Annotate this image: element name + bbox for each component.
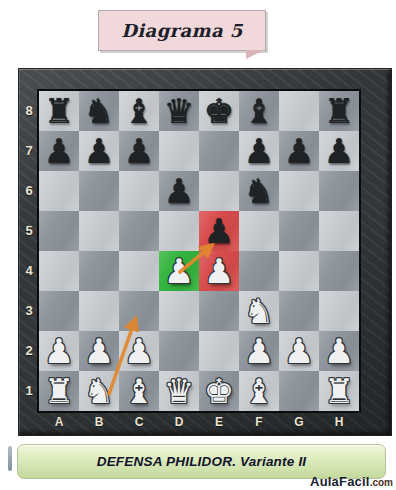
watermark-tld: .com: [370, 477, 393, 488]
black-knight: ♞: [79, 91, 119, 131]
black-pawn: ♟: [119, 131, 159, 171]
board-square: [79, 171, 119, 211]
file-label: G: [279, 411, 319, 435]
board-square: ♞: [239, 171, 279, 211]
file-label: A: [39, 411, 79, 435]
board-square: ♟: [319, 131, 359, 171]
white-bishop: ♝: [119, 371, 159, 411]
board-square: ♞: [239, 291, 279, 331]
left-tick-mark: [8, 446, 12, 471]
white-queen: ♛: [159, 371, 199, 411]
rank-label: 3: [19, 291, 39, 331]
rank-label: 7: [19, 131, 39, 171]
rank-label: 6: [19, 171, 39, 211]
board-square: [279, 371, 319, 411]
white-bishop: ♝: [239, 371, 279, 411]
file-label: E: [199, 411, 239, 435]
black-rook: ♜: [319, 91, 359, 131]
board-square: [199, 331, 239, 371]
white-pawn: ♟: [319, 331, 359, 371]
board-square: ♜: [319, 91, 359, 131]
black-king: ♚: [199, 91, 239, 131]
board-square: [39, 171, 79, 211]
board-square: [239, 211, 279, 251]
board-square: [79, 291, 119, 331]
board-square: [39, 291, 79, 331]
board-square: ♞: [79, 91, 119, 131]
board-square: [39, 251, 79, 291]
board-square: ♜: [39, 91, 79, 131]
board-square: [39, 211, 79, 251]
board-square: [119, 171, 159, 211]
rank-labels: 87654321: [19, 91, 39, 411]
board-square: [319, 171, 359, 211]
board-square: ♟: [239, 131, 279, 171]
board-square: [159, 211, 199, 251]
board-square: [199, 171, 239, 211]
board-square: [119, 251, 159, 291]
board-square: ♝: [239, 91, 279, 131]
white-pawn: ♟: [159, 251, 199, 291]
board-square: ♟: [199, 251, 239, 291]
black-pawn: ♟: [39, 131, 79, 171]
white-pawn: ♟: [239, 331, 279, 371]
opening-caption-text: DEFENSA PHILIDOR. Variante II: [97, 454, 307, 469]
white-knight: ♞: [79, 371, 119, 411]
file-labels: ABCDEFGH: [39, 411, 359, 435]
board-square: [79, 251, 119, 291]
board-square: [279, 251, 319, 291]
board-square: ♟: [79, 331, 119, 371]
black-knight: ♞: [239, 171, 279, 211]
board-square: ♟: [199, 211, 239, 251]
board-square: [279, 91, 319, 131]
board-square: ♟: [79, 131, 119, 171]
board-square: [319, 251, 359, 291]
board-square: ♟: [319, 331, 359, 371]
rank-label: 4: [19, 251, 39, 291]
board-square: ♟: [119, 331, 159, 371]
board-square: ♞: [79, 371, 119, 411]
white-pawn: ♟: [199, 251, 239, 291]
site-watermark: AulaFacil.com: [310, 472, 393, 490]
board-square: ♝: [119, 371, 159, 411]
diagram-banner: Diagrama 5: [98, 10, 266, 51]
black-pawn: ♟: [79, 131, 119, 171]
white-king: ♚: [199, 371, 239, 411]
board-square: ♟: [39, 331, 79, 371]
white-pawn: ♟: [79, 331, 119, 371]
board-square: ♚: [199, 91, 239, 131]
board-square: [199, 291, 239, 331]
white-rook: ♜: [39, 371, 79, 411]
rank-label: 5: [19, 211, 39, 251]
black-queen: ♛: [159, 91, 199, 131]
black-bishop: ♝: [119, 91, 159, 131]
board-square: [279, 291, 319, 331]
page: Diagrama 5 87654321 ♜♞♝♛♚♝♜♟♟♟♟♟♟♟♞♟♟♟♞♟…: [0, 0, 396, 490]
board-square: [159, 291, 199, 331]
black-pawn: ♟: [239, 131, 279, 171]
board-square: ♜: [319, 371, 359, 411]
board-square: ♜: [39, 371, 79, 411]
rank-label: 2: [19, 331, 39, 371]
board-square: ♚: [199, 371, 239, 411]
black-pawn: ♟: [159, 171, 199, 211]
white-knight: ♞: [239, 291, 279, 331]
board-square: ♛: [159, 91, 199, 131]
watermark-brand: AulaFacil: [310, 474, 370, 489]
white-pawn: ♟: [119, 331, 159, 371]
board-square: [319, 291, 359, 331]
board-square: [159, 331, 199, 371]
black-pawn: ♟: [319, 131, 359, 171]
file-label: D: [159, 411, 199, 435]
black-pawn: ♟: [279, 131, 319, 171]
file-label: B: [79, 411, 119, 435]
board-square: [319, 211, 359, 251]
board-square: ♟: [119, 131, 159, 171]
board-square: ♝: [119, 91, 159, 131]
black-rook: ♜: [39, 91, 79, 131]
board-square: [119, 211, 159, 251]
diagram-title: Diagrama 5: [121, 20, 242, 41]
board-square: ♟: [279, 131, 319, 171]
board-square: ♛: [159, 371, 199, 411]
black-bishop: ♝: [239, 91, 279, 131]
board-square: [279, 211, 319, 251]
board-square: [199, 131, 239, 171]
board-square: [239, 251, 279, 291]
rank-label: 8: [19, 91, 39, 131]
board-square: ♟: [279, 331, 319, 371]
board-square: [279, 171, 319, 211]
board-square: ♟: [159, 251, 199, 291]
board-squares: ♜♞♝♛♚♝♜♟♟♟♟♟♟♟♞♟♟♟♞♟♟♟♟♟♟♜♞♝♛♚♝♜: [39, 91, 359, 411]
white-pawn: ♟: [39, 331, 79, 371]
board-square: [79, 211, 119, 251]
white-rook: ♜: [319, 371, 359, 411]
board-square: ♝: [239, 371, 279, 411]
rank-label: 1: [19, 371, 39, 411]
file-label: F: [239, 411, 279, 435]
board-square: ♟: [39, 131, 79, 171]
file-label: H: [319, 411, 359, 435]
board-square: ♟: [159, 171, 199, 211]
chess-board-frame: 87654321 ♜♞♝♛♚♝♜♟♟♟♟♟♟♟♞♟♟♟♞♟♟♟♟♟♟♜♞♝♛♚♝…: [18, 68, 392, 436]
file-label: C: [119, 411, 159, 435]
black-pawn: ♟: [199, 211, 239, 251]
board-square: ♟: [239, 331, 279, 371]
white-pawn: ♟: [279, 331, 319, 371]
board-square: [119, 291, 159, 331]
board-square: [159, 131, 199, 171]
